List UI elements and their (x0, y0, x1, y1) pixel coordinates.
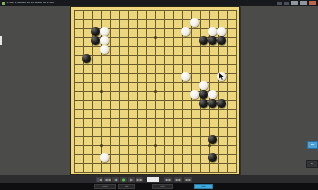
nav-aux-button-2[interactable]: ▪▪ (184, 177, 192, 182)
toolbar-blue-button[interactable]: ▪▪▪▪ (194, 184, 213, 189)
black-stone (82, 54, 91, 63)
nav-slider-thumb[interactable] (147, 177, 159, 182)
side-panel-blue-button[interactable]: ▪▪ (307, 141, 318, 149)
black-stone (91, 36, 100, 45)
board-grid-lines (74, 10, 237, 173)
white-stone (208, 90, 217, 99)
white-stone (199, 81, 208, 90)
white-stone (190, 90, 199, 99)
black-stone (199, 36, 208, 45)
go-board[interactable] (70, 6, 240, 175)
app-icon (2, 2, 5, 5)
nav-segment-3[interactable]: ● (120, 177, 127, 182)
stone-layer (73, 9, 244, 180)
nav-segment-5[interactable]: ▶▶ (136, 177, 143, 182)
toolbar-button-3[interactable]: ▪▪▪▪ (152, 184, 173, 189)
nav-segment-1[interactable]: ◀◀ (104, 177, 111, 182)
black-stone (208, 99, 217, 108)
mouse-cursor-icon (219, 73, 225, 80)
black-stone (217, 36, 226, 45)
nav-segment-4[interactable]: ▶ (128, 177, 135, 182)
move-navigation-bar: |◀◀◀◀●▶▶▶▪▪▪▪▪▪ (0, 175, 318, 183)
left-edge-marker (0, 36, 2, 45)
black-stone (208, 36, 217, 45)
minimize-button[interactable] (291, 1, 298, 5)
black-stone (199, 90, 208, 99)
white-stone (181, 72, 190, 81)
nav-aux-button-0[interactable]: ▪▪ (164, 177, 172, 182)
black-stone (91, 27, 100, 36)
white-stone (100, 36, 109, 45)
black-stone (208, 135, 217, 144)
side-panel-dark-button[interactable]: ▪ (306, 160, 318, 168)
bottom-toolbar: ▪▪▪▪▪ ▪▪▪ ▪▪▪▪ ▪▪▪▪ (0, 183, 318, 190)
white-stone (190, 18, 199, 27)
window-title: ▪ ▪▪▪ ▪ ▪▪▪▪▪▪ ▪▪ ▪▪ ▪▪▪▪▪ ▪▪ ▪ ▪▪▪ (7, 1, 54, 5)
close-button[interactable] (309, 1, 316, 5)
toolbar-button-1[interactable]: ▪▪▪▪▪ (94, 184, 116, 189)
white-stone (100, 45, 109, 54)
white-stone (217, 27, 226, 36)
nav-aux-button-1[interactable]: ▪▪ (174, 177, 182, 182)
black-stone (217, 99, 226, 108)
white-stone (100, 27, 109, 36)
toolbar-button-2[interactable]: ▪▪▪ (118, 184, 135, 189)
white-stone (208, 27, 217, 36)
titlebar-settings-icon[interactable] (284, 2, 289, 5)
black-stone (208, 153, 217, 162)
white-stone (181, 27, 190, 36)
titlebar-tray-icon[interactable] (277, 2, 282, 5)
white-stone (217, 72, 226, 81)
maximize-button[interactable] (300, 1, 307, 5)
white-stone (100, 153, 109, 162)
nav-segment-0[interactable]: |◀ (96, 177, 103, 182)
nav-segment-2[interactable]: ◀ (112, 177, 119, 182)
black-stone (199, 99, 208, 108)
